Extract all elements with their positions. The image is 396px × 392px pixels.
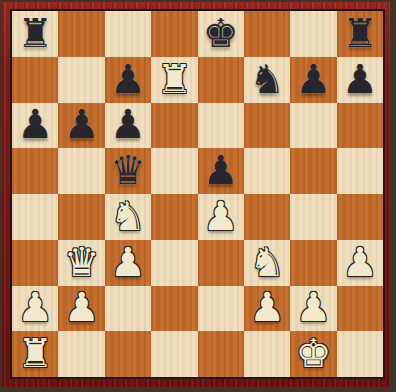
square-h2[interactable] <box>337 286 383 332</box>
square-e2[interactable] <box>198 286 244 332</box>
piece-black-pawn-c7[interactable]: ♟ <box>110 59 146 99</box>
square-c5[interactable]: ♛ <box>105 148 151 194</box>
piece-white-rook-d7[interactable]: ♜ <box>156 59 192 99</box>
square-a2[interactable]: ♟ <box>12 286 58 332</box>
square-h3[interactable]: ♟ <box>337 240 383 286</box>
square-f3[interactable]: ♞ <box>244 240 290 286</box>
square-h8[interactable]: ♜ <box>337 11 383 57</box>
piece-black-pawn-g7[interactable]: ♟ <box>296 59 332 99</box>
square-d6[interactable] <box>151 103 197 149</box>
square-b1[interactable] <box>58 331 104 377</box>
piece-white-rook-a1[interactable]: ♜ <box>17 333 53 373</box>
square-f1[interactable] <box>244 331 290 377</box>
square-h7[interactable]: ♟ <box>337 57 383 103</box>
square-f4[interactable] <box>244 194 290 240</box>
piece-white-pawn-f2[interactable]: ♟ <box>249 287 285 327</box>
square-h6[interactable] <box>337 103 383 149</box>
square-b3[interactable]: ♛ <box>58 240 104 286</box>
square-e4[interactable]: ♟ <box>198 194 244 240</box>
square-f5[interactable] <box>244 148 290 194</box>
square-b5[interactable] <box>58 148 104 194</box>
square-g1[interactable]: ♚ <box>290 331 336 377</box>
square-e8[interactable]: ♚ <box>198 11 244 57</box>
square-a6[interactable]: ♟ <box>12 103 58 149</box>
piece-white-pawn-e4[interactable]: ♟ <box>203 196 239 236</box>
square-g6[interactable] <box>290 103 336 149</box>
square-c7[interactable]: ♟ <box>105 57 151 103</box>
piece-white-knight-c4[interactable]: ♞ <box>110 196 146 236</box>
square-b7[interactable] <box>58 57 104 103</box>
square-h5[interactable] <box>337 148 383 194</box>
piece-black-pawn-h7[interactable]: ♟ <box>342 59 378 99</box>
square-a7[interactable] <box>12 57 58 103</box>
square-f6[interactable] <box>244 103 290 149</box>
square-a3[interactable] <box>12 240 58 286</box>
piece-black-pawn-c6[interactable]: ♟ <box>110 104 146 144</box>
square-c4[interactable]: ♞ <box>105 194 151 240</box>
square-g7[interactable]: ♟ <box>290 57 336 103</box>
square-a4[interactable] <box>12 194 58 240</box>
square-g2[interactable]: ♟ <box>290 286 336 332</box>
square-e6[interactable] <box>198 103 244 149</box>
piece-black-queen-c5[interactable]: ♛ <box>110 150 146 190</box>
square-a5[interactable] <box>12 148 58 194</box>
piece-white-pawn-g2[interactable]: ♟ <box>296 287 332 327</box>
piece-black-king-e8[interactable]: ♚ <box>203 13 239 53</box>
square-b6[interactable]: ♟ <box>58 103 104 149</box>
piece-black-rook-h8[interactable]: ♜ <box>342 13 378 53</box>
square-d4[interactable] <box>151 194 197 240</box>
square-c3[interactable]: ♟ <box>105 240 151 286</box>
square-e5[interactable]: ♟ <box>198 148 244 194</box>
square-d7[interactable]: ♜ <box>151 57 197 103</box>
piece-white-pawn-h3[interactable]: ♟ <box>342 242 378 282</box>
chess-app-window: ♜♚♜♟♜♞♟♟♟♟♟♛♟♞♟♛♟♞♟♟♟♟♟♜♚ <box>0 0 396 392</box>
square-b4[interactable] <box>58 194 104 240</box>
piece-black-pawn-b6[interactable]: ♟ <box>64 104 100 144</box>
square-c8[interactable] <box>105 11 151 57</box>
piece-black-pawn-e5[interactable]: ♟ <box>203 150 239 190</box>
piece-white-pawn-a2[interactable]: ♟ <box>17 287 53 327</box>
piece-black-knight-f7[interactable]: ♞ <box>249 59 285 99</box>
piece-white-pawn-c3[interactable]: ♟ <box>110 242 146 282</box>
square-a1[interactable]: ♜ <box>12 331 58 377</box>
square-b2[interactable]: ♟ <box>58 286 104 332</box>
square-d2[interactable] <box>151 286 197 332</box>
chess-board: ♜♚♜♟♜♞♟♟♟♟♟♛♟♞♟♛♟♞♟♟♟♟♟♜♚ <box>12 11 383 377</box>
piece-black-rook-a8[interactable]: ♜ <box>17 13 53 53</box>
square-d5[interactable] <box>151 148 197 194</box>
square-c2[interactable] <box>105 286 151 332</box>
square-g3[interactable] <box>290 240 336 286</box>
square-h4[interactable] <box>337 194 383 240</box>
square-d1[interactable] <box>151 331 197 377</box>
piece-white-king-g1[interactable]: ♚ <box>296 333 332 373</box>
square-a8[interactable]: ♜ <box>12 11 58 57</box>
piece-white-queen-b3[interactable]: ♛ <box>64 242 100 282</box>
square-d8[interactable] <box>151 11 197 57</box>
square-d3[interactable] <box>151 240 197 286</box>
square-g8[interactable] <box>290 11 336 57</box>
square-b8[interactable] <box>58 11 104 57</box>
square-e3[interactable] <box>198 240 244 286</box>
square-e1[interactable] <box>198 331 244 377</box>
square-c6[interactable]: ♟ <box>105 103 151 149</box>
square-f7[interactable]: ♞ <box>244 57 290 103</box>
square-e7[interactable] <box>198 57 244 103</box>
square-g5[interactable] <box>290 148 336 194</box>
piece-white-knight-f3[interactable]: ♞ <box>249 242 285 282</box>
square-c1[interactable] <box>105 331 151 377</box>
square-g4[interactable] <box>290 194 336 240</box>
piece-white-pawn-b2[interactable]: ♟ <box>64 287 100 327</box>
square-f2[interactable]: ♟ <box>244 286 290 332</box>
piece-black-pawn-a6[interactable]: ♟ <box>17 104 53 144</box>
square-f8[interactable] <box>244 11 290 57</box>
square-h1[interactable] <box>337 331 383 377</box>
